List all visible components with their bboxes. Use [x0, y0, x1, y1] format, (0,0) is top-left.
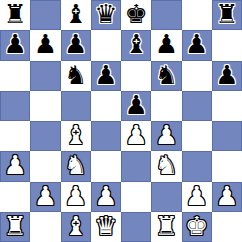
square-c1[interactable]: ♝ [61, 212, 91, 242]
square-g8[interactable] [182, 0, 212, 30]
square-c4[interactable]: ♝ [61, 121, 91, 151]
square-a3[interactable]: ♟ [0, 151, 30, 181]
square-e4[interactable]: ♟ [121, 121, 151, 151]
square-d2[interactable]: ♟ [91, 182, 121, 212]
square-h2[interactable]: ♟ [212, 182, 242, 212]
square-d3[interactable] [91, 151, 121, 181]
square-e1[interactable] [121, 212, 151, 242]
square-a6[interactable] [0, 61, 30, 91]
square-c2[interactable]: ♟ [61, 182, 91, 212]
white-pawn-icon[interactable]: ♟ [155, 121, 178, 150]
white-knight-icon[interactable]: ♞ [64, 151, 87, 180]
black-bishop-icon[interactable]: ♝ [124, 30, 147, 59]
square-b1[interactable] [30, 212, 60, 242]
square-d6[interactable]: ♟ [91, 61, 121, 91]
black-pawn-icon[interactable]: ♟ [185, 30, 208, 59]
square-g6[interactable] [182, 61, 212, 91]
square-h6[interactable]: ♟ [212, 61, 242, 91]
square-d1[interactable]: ♛ [91, 212, 121, 242]
black-rook-icon[interactable]: ♜ [3, 0, 26, 29]
square-h3[interactable] [212, 151, 242, 181]
square-f2[interactable] [151, 182, 181, 212]
square-h1[interactable] [212, 212, 242, 242]
square-h8[interactable]: ♜ [212, 0, 242, 30]
white-pawn-icon[interactable]: ♟ [215, 182, 238, 211]
square-d5[interactable] [91, 91, 121, 121]
square-c6[interactable]: ♞ [61, 61, 91, 91]
square-h5[interactable] [212, 91, 242, 121]
square-d8[interactable]: ♛ [91, 0, 121, 30]
black-pawn-icon[interactable]: ♟ [215, 61, 238, 90]
square-b8[interactable] [30, 0, 60, 30]
square-e6[interactable] [121, 61, 151, 91]
square-e2[interactable] [121, 182, 151, 212]
white-pawn-icon[interactable]: ♟ [3, 151, 26, 180]
square-c8[interactable]: ♝ [61, 0, 91, 30]
black-queen-icon[interactable]: ♛ [94, 0, 117, 29]
square-g1[interactable]: ♚ [182, 212, 212, 242]
white-pawn-icon[interactable]: ♟ [94, 182, 117, 211]
white-bishop-icon[interactable]: ♝ [64, 212, 87, 241]
square-g5[interactable] [182, 91, 212, 121]
square-e7[interactable]: ♝ [121, 30, 151, 60]
square-f3[interactable]: ♞ [151, 151, 181, 181]
square-b5[interactable] [30, 91, 60, 121]
square-f7[interactable]: ♟ [151, 30, 181, 60]
black-bishop-icon[interactable]: ♝ [64, 0, 87, 29]
white-king-icon[interactable]: ♚ [185, 212, 208, 241]
square-g2[interactable]: ♟ [182, 182, 212, 212]
square-f5[interactable] [151, 91, 181, 121]
square-f1[interactable]: ♜ [151, 212, 181, 242]
square-e3[interactable] [121, 151, 151, 181]
square-e8[interactable]: ♚ [121, 0, 151, 30]
chess-board: ♜♝♛♚♜♟♟♟♝♟♟♞♟♞♟♟♝♟♟♟♞♞♟♟♟♟♟♜♝♛♜♚ [0, 0, 242, 242]
black-rook-icon[interactable]: ♜ [215, 0, 238, 29]
square-a1[interactable]: ♜ [0, 212, 30, 242]
white-rook-icon[interactable]: ♜ [155, 212, 178, 241]
black-pawn-icon[interactable]: ♟ [34, 30, 57, 59]
square-a8[interactable]: ♜ [0, 0, 30, 30]
square-h7[interactable] [212, 30, 242, 60]
black-pawn-icon[interactable]: ♟ [155, 30, 178, 59]
square-a2[interactable] [0, 182, 30, 212]
square-c3[interactable]: ♞ [61, 151, 91, 181]
square-h4[interactable] [212, 121, 242, 151]
black-knight-icon[interactable]: ♞ [155, 61, 178, 90]
black-pawn-icon[interactable]: ♟ [94, 61, 117, 90]
square-b3[interactable] [30, 151, 60, 181]
black-knight-icon[interactable]: ♞ [64, 61, 87, 90]
square-b2[interactable]: ♟ [30, 182, 60, 212]
square-b4[interactable] [30, 121, 60, 151]
square-c7[interactable]: ♟ [61, 30, 91, 60]
square-d7[interactable] [91, 30, 121, 60]
square-a7[interactable]: ♟ [0, 30, 30, 60]
square-g4[interactable] [182, 121, 212, 151]
square-b7[interactable]: ♟ [30, 30, 60, 60]
square-c5[interactable] [61, 91, 91, 121]
white-pawn-icon[interactable]: ♟ [124, 121, 147, 150]
square-b6[interactable] [30, 61, 60, 91]
black-pawn-icon[interactable]: ♟ [3, 30, 26, 59]
square-e5[interactable]: ♟ [121, 91, 151, 121]
square-d4[interactable] [91, 121, 121, 151]
black-pawn-icon[interactable]: ♟ [64, 30, 87, 59]
square-g3[interactable] [182, 151, 212, 181]
square-f8[interactable] [151, 0, 181, 30]
square-f6[interactable]: ♞ [151, 61, 181, 91]
white-rook-icon[interactable]: ♜ [3, 212, 26, 241]
white-pawn-icon[interactable]: ♟ [185, 182, 208, 211]
black-pawn-icon[interactable]: ♟ [124, 91, 147, 120]
black-king-icon[interactable]: ♚ [124, 0, 147, 29]
white-pawn-icon[interactable]: ♟ [64, 182, 87, 211]
square-a5[interactable] [0, 91, 30, 121]
square-f4[interactable]: ♟ [151, 121, 181, 151]
white-queen-icon[interactable]: ♛ [94, 212, 117, 241]
square-a4[interactable] [0, 121, 30, 151]
square-g7[interactable]: ♟ [182, 30, 212, 60]
white-knight-icon[interactable]: ♞ [155, 151, 178, 180]
white-bishop-icon[interactable]: ♝ [64, 121, 87, 150]
white-pawn-icon[interactable]: ♟ [34, 182, 57, 211]
